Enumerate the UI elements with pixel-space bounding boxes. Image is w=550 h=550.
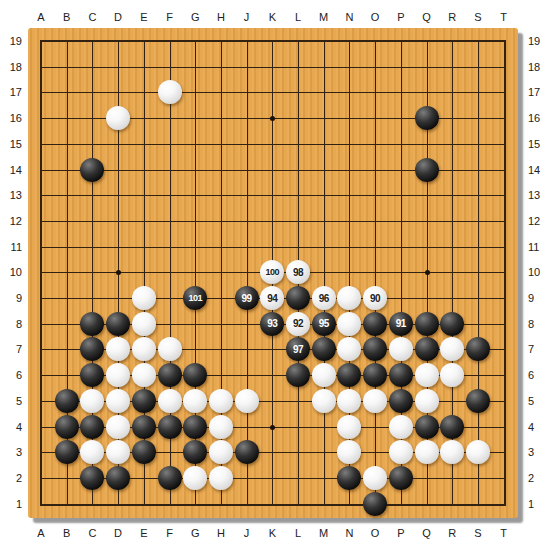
row-label-right: 2 — [528, 472, 550, 484]
white-stone — [337, 415, 361, 439]
white-stone — [132, 286, 156, 310]
row-label-right: 6 — [528, 369, 550, 381]
black-stone — [415, 415, 439, 439]
column-label-top: R — [448, 11, 456, 23]
black-stone — [132, 415, 156, 439]
white-stone — [312, 363, 336, 387]
row-label-right: 5 — [528, 395, 550, 407]
black-stone — [286, 286, 310, 310]
row-label-right: 1 — [528, 498, 550, 510]
row-label-right: 13 — [528, 189, 550, 201]
row-label-left: 1 — [0, 498, 22, 510]
black-stone — [183, 415, 207, 439]
black-stone — [158, 466, 182, 490]
row-label-right: 17 — [528, 86, 550, 98]
move-number: 94 — [267, 293, 277, 304]
white-stone — [158, 337, 182, 361]
row-label-right: 4 — [528, 421, 550, 433]
move-number: 96 — [319, 293, 329, 304]
black-stone — [55, 389, 79, 413]
row-label-right: 11 — [528, 241, 550, 253]
black-stone — [389, 363, 413, 387]
row-label-left: 18 — [0, 61, 22, 73]
row-label-left: 13 — [0, 189, 22, 201]
row-label-right: 15 — [528, 138, 550, 150]
black-stone — [389, 389, 413, 413]
row-label-left: 8 — [0, 318, 22, 330]
row-label-left: 15 — [0, 138, 22, 150]
column-label-bottom: G — [191, 527, 200, 539]
column-label-top: H — [217, 11, 225, 23]
black-stone — [132, 389, 156, 413]
column-label-bottom: M — [319, 527, 328, 539]
row-label-right: 18 — [528, 61, 550, 73]
black-stone — [363, 312, 387, 336]
column-label-top: E — [140, 11, 147, 23]
row-label-right: 14 — [528, 164, 550, 176]
move-number: 95 — [319, 318, 329, 329]
row-label-right: 19 — [528, 35, 550, 47]
black-stone: 99 — [235, 286, 259, 310]
white-stone — [389, 440, 413, 464]
black-stone — [55, 415, 79, 439]
column-label-bottom: C — [88, 527, 96, 539]
white-stone — [312, 389, 336, 413]
black-stone — [415, 312, 439, 336]
white-stone — [106, 415, 130, 439]
row-label-left: 12 — [0, 215, 22, 227]
column-label-top: Q — [422, 11, 431, 23]
white-stone — [209, 389, 233, 413]
column-label-bottom: D — [114, 527, 122, 539]
column-label-bottom: F — [166, 527, 173, 539]
column-label-top: T — [500, 11, 507, 23]
white-stone — [337, 312, 361, 336]
row-label-left: 4 — [0, 421, 22, 433]
row-label-right: 9 — [528, 292, 550, 304]
black-stone: 101 — [183, 286, 207, 310]
column-label-bottom: P — [397, 527, 404, 539]
white-stone — [132, 363, 156, 387]
column-label-top: C — [88, 11, 96, 23]
white-stone — [209, 466, 233, 490]
star-point — [425, 270, 430, 275]
row-label-left: 9 — [0, 292, 22, 304]
white-stone — [183, 466, 207, 490]
row-label-left: 16 — [0, 112, 22, 124]
column-label-bottom: K — [269, 527, 276, 539]
black-stone — [158, 363, 182, 387]
row-label-left: 7 — [0, 343, 22, 355]
column-label-top: L — [295, 11, 301, 23]
black-stone — [363, 363, 387, 387]
column-label-bottom: S — [474, 527, 481, 539]
column-label-top: S — [474, 11, 481, 23]
white-stone — [389, 415, 413, 439]
white-stone: 92 — [286, 312, 310, 336]
column-label-top: A — [37, 11, 44, 23]
column-label-bottom: B — [63, 527, 70, 539]
column-label-bottom: Q — [422, 527, 431, 539]
row-label-left: 10 — [0, 266, 22, 278]
move-number: 101 — [188, 293, 202, 303]
white-stone — [132, 312, 156, 336]
white-stone — [415, 389, 439, 413]
row-label-right: 16 — [528, 112, 550, 124]
move-number: 92 — [293, 318, 303, 329]
white-stone — [209, 415, 233, 439]
row-label-left: 17 — [0, 86, 22, 98]
row-label-right: 12 — [528, 215, 550, 227]
column-label-top: O — [371, 11, 380, 23]
page: 10098101999496909392959197 AA1919BB1818C… — [0, 0, 550, 550]
row-label-left: 5 — [0, 395, 22, 407]
black-stone — [466, 389, 490, 413]
white-stone — [183, 389, 207, 413]
white-stone — [415, 440, 439, 464]
black-stone — [415, 337, 439, 361]
black-stone — [106, 466, 130, 490]
column-label-top: M — [319, 11, 328, 23]
black-stone — [80, 158, 104, 182]
row-label-left: 11 — [0, 241, 22, 253]
black-stone — [440, 312, 464, 336]
column-label-top: F — [166, 11, 173, 23]
move-number: 91 — [396, 318, 406, 329]
white-stone — [415, 363, 439, 387]
column-label-bottom: O — [371, 527, 380, 539]
white-stone — [106, 389, 130, 413]
column-label-bottom: T — [500, 527, 507, 539]
row-label-left: 6 — [0, 369, 22, 381]
column-label-bottom: N — [345, 527, 353, 539]
column-label-bottom: A — [37, 527, 44, 539]
white-stone — [363, 466, 387, 490]
column-label-bottom: J — [244, 527, 250, 539]
black-stone — [389, 466, 413, 490]
row-label-left: 3 — [0, 446, 22, 458]
column-label-bottom: L — [295, 527, 301, 539]
black-stone — [440, 415, 464, 439]
black-stone — [363, 492, 387, 516]
black-stone — [286, 363, 310, 387]
column-label-top: B — [63, 11, 70, 23]
move-number: 98 — [293, 267, 303, 278]
black-stone — [106, 312, 130, 336]
row-label-right: 8 — [528, 318, 550, 330]
white-stone — [466, 440, 490, 464]
move-number: 100 — [266, 267, 280, 277]
column-label-bottom: R — [448, 527, 456, 539]
black-stone — [312, 337, 336, 361]
row-label-left: 19 — [0, 35, 22, 47]
white-stone — [235, 389, 259, 413]
white-stone — [363, 389, 387, 413]
white-stone — [158, 80, 182, 104]
column-label-top: P — [397, 11, 404, 23]
move-number: 93 — [267, 318, 277, 329]
column-label-top: N — [345, 11, 353, 23]
white-stone — [106, 363, 130, 387]
white-stone — [209, 440, 233, 464]
black-stone — [80, 312, 104, 336]
row-label-right: 7 — [528, 343, 550, 355]
black-stone — [235, 440, 259, 464]
white-stone: 96 — [312, 286, 336, 310]
white-stone — [106, 106, 130, 130]
row-label-right: 3 — [528, 446, 550, 458]
move-number: 99 — [242, 293, 252, 304]
column-label-top: G — [191, 11, 200, 23]
star-point — [270, 425, 275, 430]
go-board[interactable]: 10098101999496909392959197 — [28, 28, 518, 518]
white-stone — [158, 389, 182, 413]
black-stone: 93 — [260, 312, 284, 336]
black-stone: 95 — [312, 312, 336, 336]
row-label-right: 10 — [528, 266, 550, 278]
black-stone — [55, 440, 79, 464]
row-label-left: 2 — [0, 472, 22, 484]
black-stone — [158, 415, 182, 439]
black-stone — [80, 415, 104, 439]
column-label-top: K — [269, 11, 276, 23]
white-stone: 90 — [363, 286, 387, 310]
column-label-bottom: E — [140, 527, 147, 539]
black-stone — [132, 440, 156, 464]
move-number: 90 — [370, 293, 380, 304]
black-stone — [415, 106, 439, 130]
row-label-left: 14 — [0, 164, 22, 176]
column-label-top: D — [114, 11, 122, 23]
move-number: 97 — [293, 344, 303, 355]
column-label-top: J — [244, 11, 250, 23]
black-stone — [415, 158, 439, 182]
black-stone: 91 — [389, 312, 413, 336]
column-label-bottom: H — [217, 527, 225, 539]
